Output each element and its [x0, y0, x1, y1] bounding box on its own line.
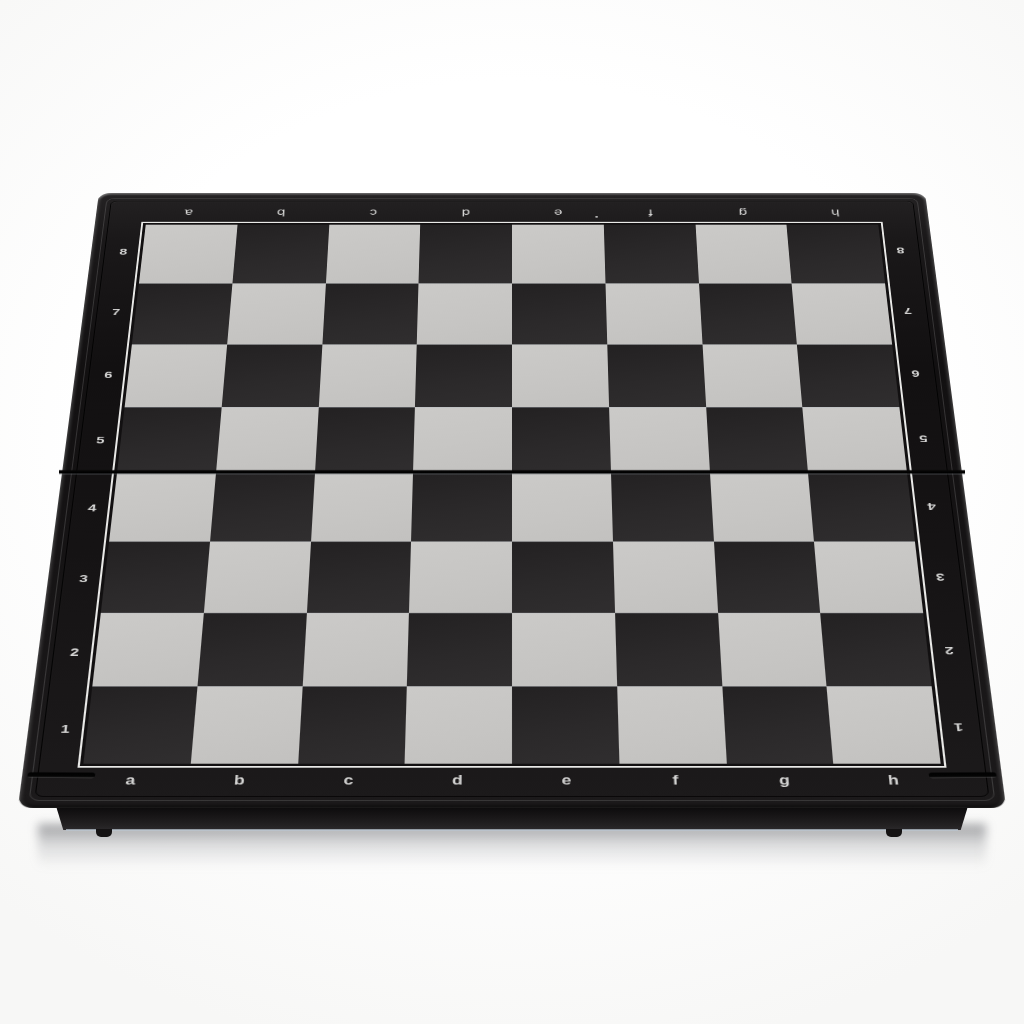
square-g1	[722, 686, 834, 763]
square-a3	[101, 541, 210, 612]
file-top-label-h: h	[788, 204, 882, 222]
square-b6	[221, 344, 322, 407]
board-grid	[83, 225, 940, 764]
file-top-label-c: c	[327, 204, 420, 222]
square-a7	[132, 283, 232, 344]
file-bottom-label-h: h	[838, 768, 950, 794]
file-top-label-f: f	[604, 204, 697, 222]
square-f5	[609, 407, 710, 473]
fold-seam	[59, 470, 966, 475]
square-b2	[197, 612, 306, 686]
square-a4	[109, 473, 216, 541]
square-d4	[411, 473, 512, 541]
file-top-label-d: d	[419, 204, 512, 222]
file-top-label-b: b	[234, 204, 328, 222]
square-g5	[706, 407, 809, 473]
square-e1	[512, 686, 619, 763]
square-g6	[702, 344, 803, 407]
file-top-label-g: g	[696, 204, 790, 222]
file-bottom-label-c: c	[293, 768, 403, 794]
file-bottom-label-b: b	[184, 768, 295, 794]
hinge-slot-right	[929, 772, 997, 778]
square-e7	[512, 283, 607, 344]
square-f6	[607, 344, 706, 407]
square-d3	[409, 541, 512, 612]
square-f4	[611, 473, 714, 541]
square-c2	[302, 612, 409, 686]
square-d7	[417, 283, 512, 344]
file-labels-top: abcdefgh	[141, 204, 882, 222]
board-side-edge	[56, 806, 968, 830]
square-a6	[125, 344, 227, 407]
file-top-label-e: e	[512, 204, 605, 222]
square-g2	[718, 612, 827, 686]
square-h2	[820, 612, 931, 686]
square-a5	[117, 407, 221, 473]
square-c4	[311, 473, 414, 541]
square-g3	[713, 541, 820, 612]
square-e5	[512, 407, 611, 473]
file-bottom-label-e: e	[512, 768, 621, 794]
square-h3	[814, 541, 923, 612]
square-a8	[139, 225, 237, 284]
file-bottom-label-d: d	[403, 768, 512, 794]
square-f1	[617, 686, 726, 763]
square-h1	[827, 686, 941, 763]
product-photo-scene: abcdefgh abcdefgh 87654321 87654321	[0, 0, 1024, 1024]
square-b8	[232, 225, 329, 284]
square-c5	[315, 407, 416, 473]
chessboard: abcdefgh abcdefgh 87654321 87654321	[18, 193, 1006, 808]
hinge-slot-left	[27, 772, 95, 778]
playing-field	[77, 222, 946, 768]
board-foot-right	[886, 829, 902, 837]
square-g4	[710, 473, 815, 541]
square-c7	[322, 283, 419, 344]
square-a2	[92, 612, 203, 686]
square-e8	[512, 225, 605, 284]
square-e6	[512, 344, 609, 407]
square-f8	[604, 225, 699, 284]
square-g7	[699, 283, 798, 344]
square-a1	[83, 686, 197, 763]
square-d2	[407, 612, 512, 686]
square-b5	[216, 407, 319, 473]
square-b4	[210, 473, 315, 541]
square-d8	[419, 225, 512, 284]
file-top-label-a: a	[141, 204, 235, 222]
square-h4	[808, 473, 915, 541]
square-h5	[803, 407, 907, 473]
file-labels-bottom: abcdefgh	[74, 768, 949, 794]
square-c8	[325, 225, 420, 284]
square-b7	[227, 283, 326, 344]
square-d1	[405, 686, 512, 763]
square-c3	[306, 541, 411, 612]
square-e2	[512, 612, 617, 686]
square-b3	[204, 541, 311, 612]
file-bottom-label-f: f	[621, 768, 731, 794]
square-h8	[787, 225, 885, 284]
file-bottom-label-g: g	[729, 768, 840, 794]
square-f3	[613, 541, 718, 612]
square-e3	[512, 541, 615, 612]
square-f7	[605, 283, 702, 344]
file-bottom-label-a: a	[74, 768, 186, 794]
side-edge-highlight	[66, 829, 958, 831]
square-h7	[792, 283, 892, 344]
square-g8	[695, 225, 792, 284]
board-foot-left	[96, 829, 112, 837]
square-e4	[512, 473, 613, 541]
square-c1	[298, 686, 407, 763]
square-d5	[413, 407, 512, 473]
square-b1	[191, 686, 303, 763]
square-d6	[415, 344, 512, 407]
square-h6	[797, 344, 899, 407]
square-f2	[615, 612, 722, 686]
square-c6	[318, 344, 417, 407]
white-speck	[595, 216, 598, 218]
